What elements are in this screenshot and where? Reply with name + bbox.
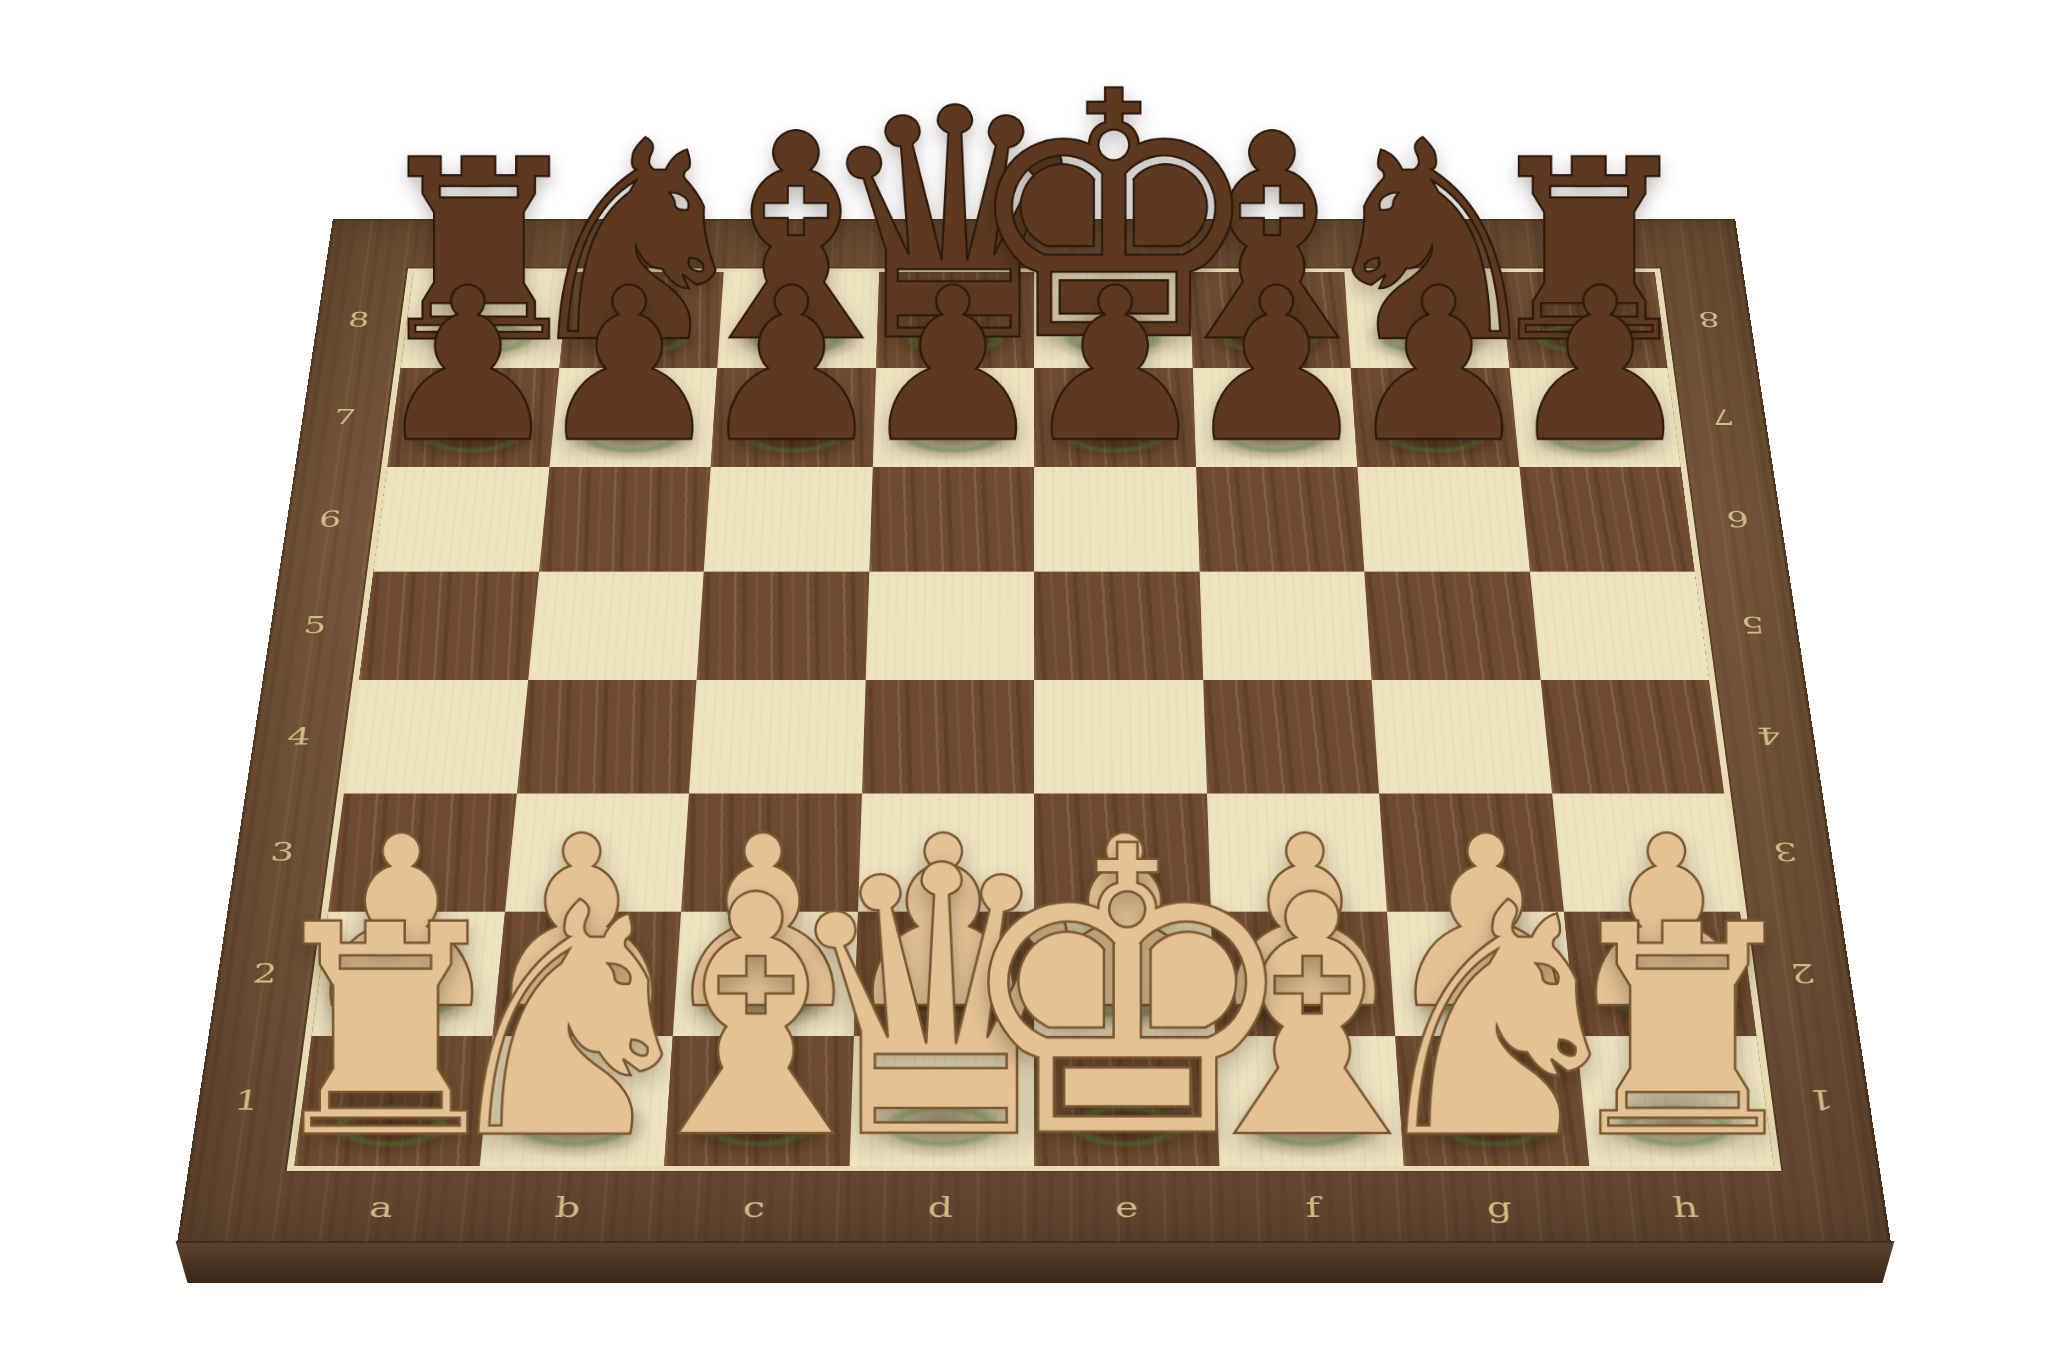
square-d6[interactable] (869, 467, 1034, 571)
square-b7[interactable]: ♟ (549, 368, 717, 468)
square-h4[interactable] (1540, 680, 1724, 793)
black-pawn-h7[interactable]: ♟ (1506, 260, 1696, 471)
square-d5[interactable] (865, 571, 1034, 680)
board-front-edge (172, 1241, 1898, 1283)
file-label-bottom-b: b (473, 1189, 662, 1224)
file-label-bottom-c: c (660, 1189, 848, 1224)
square-c7[interactable]: ♟ (711, 368, 876, 468)
square-e6[interactable] (1034, 467, 1199, 571)
square-a7[interactable]: ♟ (387, 368, 559, 468)
rank-label-right-6: 6 (1692, 506, 1783, 533)
square-g7[interactable]: ♟ (1351, 368, 1519, 468)
square-b6[interactable] (539, 467, 711, 571)
square-e5[interactable] (1034, 571, 1203, 680)
file-label-bottom-h: h (1591, 1189, 1781, 1224)
square-f5[interactable] (1199, 571, 1371, 680)
rank-label-left-5: 5 (269, 611, 362, 639)
chessboard: ♜♞♝♛♚♝♞♜♟♟♟♟♟♟♟♟♟♟♟♟♟♟♟♟♜♞♝♛♚♝♞♜ 8877665… (177, 219, 1891, 1243)
rank-label-left-6: 6 (285, 506, 376, 533)
square-g5[interactable] (1364, 571, 1540, 680)
file-label-bottom-g: g (1405, 1189, 1594, 1224)
rank-label-right-4: 4 (1721, 721, 1816, 750)
rank-label-left-4: 4 (252, 721, 347, 750)
board-grid: ♜♞♝♛♚♝♞♜♟♟♟♟♟♟♟♟♟♟♟♟♟♟♟♟♜♞♝♛♚♝♞♜ (287, 268, 1782, 1170)
square-a5[interactable] (359, 571, 539, 680)
square-h7[interactable]: ♟ (1509, 368, 1681, 468)
square-c4[interactable] (689, 680, 865, 793)
square-a6[interactable] (373, 467, 549, 571)
square-e1[interactable]: ♚ (1034, 1036, 1219, 1166)
square-e7[interactable]: ♟ (1034, 368, 1196, 468)
square-h5[interactable] (1529, 571, 1709, 680)
file-label-bottom-d: d (847, 1189, 1034, 1224)
file-label-bottom-e: e (1034, 1189, 1221, 1224)
square-a4[interactable] (344, 680, 528, 793)
square-c5[interactable] (697, 571, 869, 680)
square-g4[interactable] (1371, 680, 1551, 793)
square-f7[interactable]: ♟ (1192, 368, 1357, 468)
square-g6[interactable] (1357, 467, 1529, 571)
file-label-bottom-a: a (287, 1189, 477, 1224)
square-c6[interactable] (704, 467, 873, 571)
square-h6[interactable] (1519, 467, 1695, 571)
white-king-e1[interactable]: ♚ (949, 797, 1304, 1193)
square-b4[interactable] (516, 680, 696, 793)
square-d7[interactable]: ♟ (872, 368, 1034, 468)
chessboard-photo-scene: ♜♞♝♛♚♝♞♜♟♟♟♟♟♟♟♟♟♟♟♟♟♟♟♟♜♞♝♛♚♝♞♜ 8877665… (0, 0, 2048, 1366)
rank-label-right-5: 5 (1706, 611, 1799, 639)
square-f6[interactable] (1196, 467, 1365, 571)
square-b5[interactable] (528, 571, 704, 680)
file-label-bottom-f: f (1220, 1189, 1408, 1224)
